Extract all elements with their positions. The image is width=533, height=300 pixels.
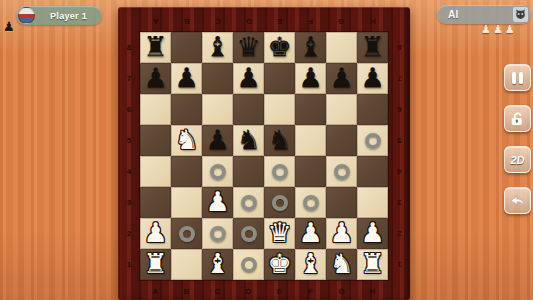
square-e6[interactable]	[264, 94, 295, 125]
square-b8[interactable]	[171, 32, 202, 63]
captured-by-white-tray: ♟	[3, 19, 15, 34]
piece-black-q-d8[interactable]: ♛	[233, 32, 264, 63]
square-b7[interactable]: ♟	[171, 63, 202, 94]
pause-icon	[512, 72, 523, 84]
square-e3[interactable]	[264, 187, 295, 218]
board: ♜♝♛♚♝♜♟♟♟♟♟♟♞♟♞♞♟♟♛♟♟♟♜♝♚♝♞♜	[140, 32, 388, 280]
move-hint-e4[interactable]	[272, 164, 288, 180]
square-d4[interactable]	[233, 156, 264, 187]
piece-white-p-f2[interactable]: ♟	[295, 218, 326, 249]
square-g2[interactable]: ♟	[326, 218, 357, 249]
captured-white-pawn-icon: ♟	[493, 23, 503, 36]
square-f6[interactable]	[295, 94, 326, 125]
square-a2[interactable]: ♟	[140, 218, 171, 249]
square-c4[interactable]	[202, 156, 233, 187]
coord-label: e	[264, 282, 295, 300]
lock-button[interactable]	[504, 105, 531, 132]
square-c3[interactable]: ♟	[202, 187, 233, 218]
square-b3[interactable]	[171, 187, 202, 218]
square-c5[interactable]: ♟	[202, 125, 233, 156]
move-hint-d2[interactable]	[241, 226, 257, 242]
coord-label: c	[202, 12, 233, 30]
piece-white-p-c3[interactable]: ♟	[202, 187, 233, 218]
square-e1[interactable]: ♚	[264, 249, 295, 280]
coord-label: a	[140, 12, 171, 30]
piece-black-p-a7[interactable]: ♟	[140, 63, 171, 94]
piece-black-p-h7[interactable]: ♟	[357, 63, 388, 94]
square-a1[interactable]: ♜	[140, 249, 171, 280]
piece-white-r-h1[interactable]: ♜	[357, 249, 388, 280]
coord-label: 1	[388, 249, 410, 280]
square-g6[interactable]	[326, 94, 357, 125]
square-a4[interactable]	[140, 156, 171, 187]
coord-label: 5	[118, 125, 140, 156]
square-h1[interactable]: ♜	[357, 249, 388, 280]
move-hint-e3[interactable]	[272, 195, 288, 211]
chess-board-frame: abcdefgh abcdefgh 87654321 87654321 ♜♝♛♚…	[118, 7, 410, 300]
lock-open-icon	[508, 109, 527, 128]
square-d5[interactable]: ♞	[233, 125, 264, 156]
square-f2[interactable]: ♟	[295, 218, 326, 249]
coord-label: 4	[388, 156, 410, 187]
coord-label: f	[295, 12, 326, 30]
square-h4[interactable]	[357, 156, 388, 187]
piece-black-n-d5[interactable]: ♞	[233, 125, 264, 156]
piece-black-p-f7[interactable]: ♟	[295, 63, 326, 94]
player-white-pill: Player 1	[16, 6, 102, 25]
move-hint-c2[interactable]	[210, 226, 226, 242]
coord-label: 4	[118, 156, 140, 187]
square-f4[interactable]	[295, 156, 326, 187]
piece-white-n-b5[interactable]: ♞	[171, 125, 202, 156]
piece-black-b-f8[interactable]: ♝	[295, 32, 326, 63]
player-white-name: Player 1	[35, 11, 102, 21]
coord-label: 3	[118, 187, 140, 218]
chess-app-screen: Player 1 ♟ AI ♟♟♟ abcdefgh abcdefgh 8765…	[0, 0, 533, 300]
file-labels-bottom: abcdefgh	[140, 282, 388, 300]
square-e8[interactable]: ♚	[264, 32, 295, 63]
coord-label: 6	[118, 94, 140, 125]
player-avatar	[18, 7, 35, 24]
piece-white-p-h2[interactable]: ♟	[357, 218, 388, 249]
robot-avatar-icon	[512, 6, 529, 23]
move-hint-c4[interactable]	[210, 164, 226, 180]
square-f3[interactable]	[295, 187, 326, 218]
coord-label: 8	[118, 32, 140, 63]
square-g1[interactable]: ♞	[326, 249, 357, 280]
square-a7[interactable]: ♟	[140, 63, 171, 94]
move-hint-g4[interactable]	[334, 164, 350, 180]
piece-white-b-c1[interactable]: ♝	[202, 249, 233, 280]
piece-black-p-c5[interactable]: ♟	[202, 125, 233, 156]
piece-white-r-a1[interactable]: ♜	[140, 249, 171, 280]
coord-label: 5	[388, 125, 410, 156]
square-b5[interactable]: ♞	[171, 125, 202, 156]
piece-white-q-e2[interactable]: ♛	[264, 218, 295, 249]
coord-label: h	[357, 282, 388, 300]
piece-white-b-f1[interactable]: ♝	[295, 249, 326, 280]
coord-label: c	[202, 282, 233, 300]
player-black-name: AI	[437, 9, 512, 20]
coord-label: f	[295, 282, 326, 300]
square-a6[interactable]	[140, 94, 171, 125]
captured-white-pawn-icon: ♟	[481, 23, 491, 36]
square-g3[interactable]	[326, 187, 357, 218]
coord-label: d	[233, 282, 264, 300]
square-g5[interactable]	[326, 125, 357, 156]
square-g7[interactable]: ♟	[326, 63, 357, 94]
piece-white-k-e1[interactable]: ♚	[264, 249, 295, 280]
piece-black-k-e8[interactable]: ♚	[264, 32, 295, 63]
piece-white-p-a2[interactable]: ♟	[140, 218, 171, 249]
piece-black-p-b7[interactable]: ♟	[171, 63, 202, 94]
rank-labels-right: 87654321	[388, 32, 410, 280]
square-a3[interactable]	[140, 187, 171, 218]
piece-black-n-e5[interactable]: ♞	[264, 125, 295, 156]
2d-label: 2D	[510, 154, 524, 166]
square-h6[interactable]	[357, 94, 388, 125]
captured-black-pawn-icon: ♟	[3, 19, 15, 34]
coord-label: 8	[388, 32, 410, 63]
undo-arrow-icon	[508, 191, 527, 210]
piece-black-p-g7[interactable]: ♟	[326, 63, 357, 94]
coord-label: e	[264, 12, 295, 30]
square-b2[interactable]	[171, 218, 202, 249]
move-hint-d3[interactable]	[241, 195, 257, 211]
move-hint-h5[interactable]	[365, 133, 381, 149]
coord-label: 7	[118, 63, 140, 94]
square-h7[interactable]: ♟	[357, 63, 388, 94]
view-2d-button[interactable]: 2D	[504, 146, 531, 173]
coord-label: d	[233, 12, 264, 30]
square-e7[interactable]	[264, 63, 295, 94]
square-h3[interactable]	[357, 187, 388, 218]
square-d2[interactable]	[233, 218, 264, 249]
player-black-pill: AI	[437, 5, 531, 24]
square-b6[interactable]	[171, 94, 202, 125]
square-d8[interactable]: ♛	[233, 32, 264, 63]
rank-labels-left: 87654321	[118, 32, 140, 280]
square-f7[interactable]: ♟	[295, 63, 326, 94]
piece-black-p-d7[interactable]: ♟	[233, 63, 264, 94]
captured-by-black-tray: ♟♟♟	[481, 23, 515, 36]
square-c6[interactable]	[202, 94, 233, 125]
coord-label: 7	[388, 63, 410, 94]
square-d3[interactable]	[233, 187, 264, 218]
move-hint-d1[interactable]	[241, 257, 257, 273]
file-labels-top: abcdefgh	[140, 12, 388, 30]
square-a5[interactable]	[140, 125, 171, 156]
square-f8[interactable]: ♝	[295, 32, 326, 63]
square-c8[interactable]: ♝	[202, 32, 233, 63]
square-h2[interactable]: ♟	[357, 218, 388, 249]
square-f1[interactable]: ♝	[295, 249, 326, 280]
square-c7[interactable]	[202, 63, 233, 94]
square-e4[interactable]	[264, 156, 295, 187]
square-h5[interactable]	[357, 125, 388, 156]
undo-button[interactable]	[504, 187, 531, 214]
square-e2[interactable]: ♛	[264, 218, 295, 249]
coord-label: b	[171, 12, 202, 30]
piece-black-b-c8[interactable]: ♝	[202, 32, 233, 63]
coord-label: b	[171, 282, 202, 300]
coord-label: 2	[388, 218, 410, 249]
coord-label: 1	[118, 249, 140, 280]
square-g4[interactable]	[326, 156, 357, 187]
coord-label: 6	[388, 94, 410, 125]
piece-white-n-g1[interactable]: ♞	[326, 249, 357, 280]
square-d1[interactable]	[233, 249, 264, 280]
move-hint-b2[interactable]	[179, 226, 195, 242]
square-h8[interactable]: ♜	[357, 32, 388, 63]
coord-label: a	[140, 282, 171, 300]
piece-black-r-a8[interactable]: ♜	[140, 32, 171, 63]
coord-label: g	[326, 282, 357, 300]
pause-button[interactable]	[504, 64, 531, 91]
square-d7[interactable]: ♟	[233, 63, 264, 94]
square-e5[interactable]: ♞	[264, 125, 295, 156]
square-c1[interactable]: ♝	[202, 249, 233, 280]
square-b4[interactable]	[171, 156, 202, 187]
side-button-column: 2D	[504, 64, 531, 214]
square-c2[interactable]	[202, 218, 233, 249]
square-d6[interactable]	[233, 94, 264, 125]
square-a8[interactable]: ♜	[140, 32, 171, 63]
square-g8[interactable]	[326, 32, 357, 63]
move-hint-f3[interactable]	[303, 195, 319, 211]
square-f5[interactable]	[295, 125, 326, 156]
captured-white-pawn-icon: ♟	[505, 23, 515, 36]
coord-label: h	[357, 12, 388, 30]
piece-white-p-g2[interactable]: ♟	[326, 218, 357, 249]
coord-label: 3	[388, 187, 410, 218]
coord-label: 2	[118, 218, 140, 249]
piece-black-r-h8[interactable]: ♜	[357, 32, 388, 63]
square-b1[interactable]	[171, 249, 202, 280]
coord-label: g	[326, 12, 357, 30]
